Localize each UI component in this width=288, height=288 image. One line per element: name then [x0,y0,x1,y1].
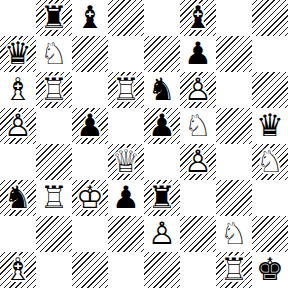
square-d6[interactable]: ♜♖ [108,72,144,108]
square-f7[interactable]: ♟♟ [180,36,216,72]
piece-glyph: ♖ [40,74,68,105]
piece-glyph: ♝ [76,2,104,33]
piece-black-pawn: ♟♟ [108,180,144,216]
square-g2[interactable]: ♞♘ [216,216,252,252]
square-c3[interactable]: ♚♔ [72,180,108,216]
square-e4[interactable] [144,144,180,180]
piece-white-pawn: ♟♙ [180,144,216,180]
piece-black-pawn: ♟♟ [72,108,108,144]
square-b5[interactable] [36,108,72,144]
piece-glyph: ♙ [184,74,212,105]
piece-glyph: ♔ [76,182,104,213]
piece-black-pawn: ♟♟ [180,36,216,72]
piece-white-king: ♚♔ [72,180,108,216]
square-g3[interactable] [216,180,252,216]
square-d3[interactable]: ♟♟ [108,180,144,216]
piece-glyph: ♟ [184,38,212,69]
piece-glyph: ♙ [148,218,176,249]
square-f4[interactable]: ♟♙ [180,144,216,180]
square-b4[interactable] [36,144,72,180]
square-c2[interactable] [72,216,108,252]
square-b8[interactable]: ♜♜ [36,0,72,36]
square-g1[interactable]: ♜♖ [216,252,252,288]
piece-white-bishop: ♝♗ [0,72,36,108]
piece-glyph: ♘ [220,218,248,249]
square-a3[interactable]: ♞♞ [0,180,36,216]
square-h3[interactable] [252,180,288,216]
square-d5[interactable] [108,108,144,144]
piece-glyph: ♖ [40,182,68,213]
piece-glyph: ♜ [40,2,68,33]
piece-glyph: ♘ [256,146,284,177]
square-c5[interactable]: ♟♟ [72,108,108,144]
square-a8[interactable] [0,0,36,36]
square-f5[interactable]: ♞♘ [180,108,216,144]
piece-white-knight: ♞♘ [252,144,288,180]
piece-glyph: ♞ [4,182,32,213]
square-h6[interactable] [252,72,288,108]
chess-board: ♜♜♝♝♝♝♛♛♞♘♟♟♝♗♜♖♜♖♞♞♟♙♟♙♟♟♟♟♞♘♛♛♛♕♟♙♞♘♞♞… [0,0,288,288]
square-e1[interactable] [144,252,180,288]
piece-black-queen: ♛♛ [0,36,36,72]
piece-black-bishop: ♝♝ [72,0,108,36]
piece-black-rook: ♜♜ [36,0,72,36]
piece-glyph: ♘ [40,38,68,69]
piece-white-knight: ♞♘ [216,216,252,252]
square-a1[interactable]: ♝♗ [0,252,36,288]
square-e3[interactable]: ♜♜ [144,180,180,216]
piece-white-knight: ♞♘ [36,36,72,72]
piece-black-pawn: ♟♟ [144,108,180,144]
piece-glyph: ♖ [220,254,248,285]
square-a4[interactable] [0,144,36,180]
piece-white-rook: ♜♖ [108,72,144,108]
piece-glyph: ♝ [184,2,212,33]
square-d4[interactable]: ♛♕ [108,144,144,180]
piece-white-pawn: ♟♙ [144,216,180,252]
square-d7[interactable] [108,36,144,72]
square-f1[interactable] [180,252,216,288]
piece-glyph: ♗ [4,74,32,105]
square-h7[interactable] [252,36,288,72]
piece-glyph: ♛ [4,38,32,69]
square-b1[interactable] [36,252,72,288]
square-g7[interactable] [216,36,252,72]
piece-white-pawn: ♟♙ [180,72,216,108]
piece-glyph: ♟ [76,110,104,141]
piece-glyph: ♟ [148,110,176,141]
piece-glyph: ♘ [184,110,212,141]
piece-white-rook: ♜♖ [36,180,72,216]
square-e5[interactable]: ♟♟ [144,108,180,144]
piece-black-bishop: ♝♝ [180,0,216,36]
square-a6[interactable]: ♝♗ [0,72,36,108]
square-h4[interactable]: ♞♘ [252,144,288,180]
square-e8[interactable] [144,0,180,36]
square-a2[interactable] [0,216,36,252]
square-b7[interactable]: ♞♘ [36,36,72,72]
square-g6[interactable] [216,72,252,108]
piece-glyph: ♞ [148,74,176,105]
square-d1[interactable] [108,252,144,288]
square-g5[interactable] [216,108,252,144]
piece-white-queen: ♛♕ [108,144,144,180]
piece-glyph: ♟ [112,182,140,213]
square-c7[interactable] [72,36,108,72]
piece-white-knight: ♞♘ [180,108,216,144]
square-c4[interactable] [72,144,108,180]
square-b6[interactable]: ♜♖ [36,72,72,108]
square-a7[interactable]: ♛♛ [0,36,36,72]
square-b3[interactable]: ♜♖ [36,180,72,216]
square-e7[interactable] [144,36,180,72]
square-f3[interactable] [180,180,216,216]
square-d8[interactable] [108,0,144,36]
piece-white-pawn: ♟♙ [0,108,36,144]
piece-glyph: ♛ [256,110,284,141]
square-c8[interactable]: ♝♝ [72,0,108,36]
piece-black-rook: ♜♜ [144,180,180,216]
piece-black-king: ♚♚ [252,252,288,288]
piece-white-bishop: ♝♗ [0,252,36,288]
square-d2[interactable] [108,216,144,252]
piece-white-rook: ♜♖ [216,252,252,288]
piece-white-rook: ♜♖ [36,72,72,108]
piece-glyph: ♙ [184,146,212,177]
square-b2[interactable] [36,216,72,252]
square-c6[interactable] [72,72,108,108]
piece-glyph: ♖ [112,74,140,105]
piece-black-knight: ♞♞ [0,180,36,216]
piece-glyph: ♜ [148,182,176,213]
piece-black-knight: ♞♞ [144,72,180,108]
square-e6[interactable]: ♞♞ [144,72,180,108]
piece-glyph: ♕ [112,146,140,177]
square-c1[interactable] [72,252,108,288]
square-e2[interactable]: ♟♙ [144,216,180,252]
piece-glyph: ♙ [4,110,32,141]
square-f2[interactable] [180,216,216,252]
square-h1[interactable]: ♚♚ [252,252,288,288]
piece-glyph: ♗ [4,254,32,285]
piece-black-queen: ♛♛ [252,108,288,144]
square-g8[interactable] [216,0,252,36]
square-f8[interactable]: ♝♝ [180,0,216,36]
square-h8[interactable] [252,0,288,36]
square-f6[interactable]: ♟♙ [180,72,216,108]
piece-glyph: ♚ [256,254,284,285]
square-h5[interactable]: ♛♛ [252,108,288,144]
square-a5[interactable]: ♟♙ [0,108,36,144]
square-h2[interactable] [252,216,288,252]
square-g4[interactable] [216,144,252,180]
